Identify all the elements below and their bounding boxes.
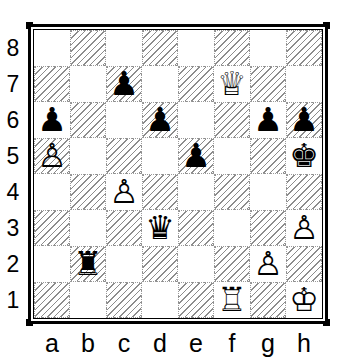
square-d1[interactable]: [142, 282, 178, 318]
square-c5[interactable]: [106, 138, 142, 174]
square-h6[interactable]: ♟: [286, 102, 322, 138]
file-label-h: h: [286, 328, 322, 358]
square-b6[interactable]: [70, 102, 106, 138]
piece-white-pawn: ♙: [289, 210, 319, 246]
square-f7[interactable]: ♕: [214, 66, 250, 102]
piece-black-rook: ♜: [73, 246, 103, 282]
square-b4[interactable]: [70, 174, 106, 210]
rank-labels: 87654321: [2, 30, 24, 318]
square-g3[interactable]: [250, 210, 286, 246]
square-b5[interactable]: [70, 138, 106, 174]
file-label-d: d: [142, 328, 178, 358]
square-d5[interactable]: [142, 138, 178, 174]
rank-label-1: 1: [2, 282, 24, 318]
square-f8[interactable]: [214, 30, 250, 66]
piece-black-pawn: ♟: [37, 102, 67, 138]
square-h4[interactable]: [286, 174, 322, 210]
square-f6[interactable]: [214, 102, 250, 138]
square-f4[interactable]: [214, 174, 250, 210]
square-h5[interactable]: ♚: [286, 138, 322, 174]
square-d3[interactable]: ♛: [142, 210, 178, 246]
piece-white-pawn: ♙: [109, 174, 139, 210]
rank-label-2: 2: [2, 246, 24, 282]
square-a1[interactable]: [34, 282, 70, 318]
square-e1[interactable]: [178, 282, 214, 318]
square-g6[interactable]: ♟: [250, 102, 286, 138]
square-h7[interactable]: [286, 66, 322, 102]
square-g2[interactable]: ♙: [250, 246, 286, 282]
square-b8[interactable]: [70, 30, 106, 66]
rank-label-7: 7: [2, 66, 24, 102]
piece-white-king: ♔: [289, 282, 319, 318]
square-h1[interactable]: ♔: [286, 282, 322, 318]
square-c7[interactable]: ♟: [106, 66, 142, 102]
square-b7[interactable]: [70, 66, 106, 102]
board-wrap: ♟♕♟♟♟♟♙♟♚♙♛♙♜♙♖♔: [26, 22, 330, 326]
square-b3[interactable]: [70, 210, 106, 246]
file-label-e: e: [178, 328, 214, 358]
square-a8[interactable]: [34, 30, 70, 66]
board-frame: ♟♕♟♟♟♟♙♟♚♙♛♙♜♙♖♔: [28, 24, 328, 324]
file-label-g: g: [250, 328, 286, 358]
piece-white-queen: ♕: [217, 66, 247, 102]
file-label-c: c: [106, 328, 142, 358]
square-h3[interactable]: ♙: [286, 210, 322, 246]
square-f2[interactable]: [214, 246, 250, 282]
square-e8[interactable]: [178, 30, 214, 66]
piece-black-pawn: ♟: [253, 102, 283, 138]
square-g5[interactable]: [250, 138, 286, 174]
square-d7[interactable]: [142, 66, 178, 102]
square-d2[interactable]: [142, 246, 178, 282]
square-e7[interactable]: [178, 66, 214, 102]
square-c6[interactable]: [106, 102, 142, 138]
square-a5[interactable]: ♙: [34, 138, 70, 174]
rank-label-6: 6: [2, 102, 24, 138]
square-e6[interactable]: [178, 102, 214, 138]
file-labels: abcdefgh: [34, 328, 322, 358]
square-b1[interactable]: [70, 282, 106, 318]
square-e3[interactable]: [178, 210, 214, 246]
square-a6[interactable]: ♟: [34, 102, 70, 138]
piece-black-pawn: ♟: [109, 66, 139, 102]
square-g8[interactable]: [250, 30, 286, 66]
square-f3[interactable]: [214, 210, 250, 246]
square-c8[interactable]: [106, 30, 142, 66]
file-label-f: f: [214, 328, 250, 358]
square-f5[interactable]: [214, 138, 250, 174]
square-d4[interactable]: [142, 174, 178, 210]
square-a4[interactable]: [34, 174, 70, 210]
rank-label-5: 5: [2, 138, 24, 174]
piece-white-rook: ♖: [217, 282, 247, 318]
square-d8[interactable]: [142, 30, 178, 66]
square-a7[interactable]: [34, 66, 70, 102]
square-h2[interactable]: [286, 246, 322, 282]
square-a3[interactable]: [34, 210, 70, 246]
square-g4[interactable]: [250, 174, 286, 210]
piece-black-pawn: ♟: [145, 102, 175, 138]
board-inner-border: ♟♕♟♟♟♟♙♟♚♙♛♙♜♙♖♔: [33, 29, 323, 319]
square-c3[interactable]: [106, 210, 142, 246]
square-a2[interactable]: [34, 246, 70, 282]
square-e5[interactable]: ♟: [178, 138, 214, 174]
file-label-b: b: [70, 328, 106, 358]
chess-board: ♟♕♟♟♟♟♙♟♚♙♛♙♜♙♖♔: [34, 30, 322, 318]
square-c1[interactable]: [106, 282, 142, 318]
rank-label-3: 3: [2, 210, 24, 246]
piece-black-king: ♚: [289, 138, 319, 174]
square-g7[interactable]: [250, 66, 286, 102]
piece-black-queen: ♛: [145, 210, 175, 246]
square-d6[interactable]: ♟: [142, 102, 178, 138]
square-e4[interactable]: [178, 174, 214, 210]
rank-label-8: 8: [2, 30, 24, 66]
square-c4[interactable]: ♙: [106, 174, 142, 210]
square-h8[interactable]: [286, 30, 322, 66]
rank-label-4: 4: [2, 174, 24, 210]
square-f1[interactable]: ♖: [214, 282, 250, 318]
square-c2[interactable]: [106, 246, 142, 282]
file-label-a: a: [34, 328, 70, 358]
piece-black-pawn: ♟: [289, 102, 319, 138]
chess-diagram: 87654321 ♟♕♟♟♟♟♙♟♚♙♛♙♜♙♖♔ abcdefgh: [0, 0, 360, 360]
square-e2[interactable]: [178, 246, 214, 282]
square-b2[interactable]: ♜: [70, 246, 106, 282]
piece-white-pawn: ♙: [253, 246, 283, 282]
piece-black-pawn: ♟: [181, 138, 211, 174]
piece-white-pawn: ♙: [37, 138, 67, 174]
square-g1[interactable]: [250, 282, 286, 318]
